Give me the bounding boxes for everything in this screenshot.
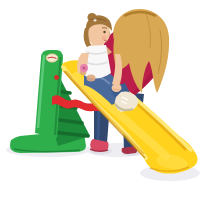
child-eye	[103, 31, 105, 33]
product-photo	[0, 0, 200, 200]
woman-near-hand	[112, 84, 122, 92]
red-latch	[54, 75, 59, 80]
woman-front-leg-highlight	[98, 106, 99, 140]
slide-scene	[0, 0, 200, 200]
child-cheek	[102, 36, 107, 41]
woman-far-hand	[87, 75, 96, 82]
pink-toy-center	[83, 67, 86, 70]
